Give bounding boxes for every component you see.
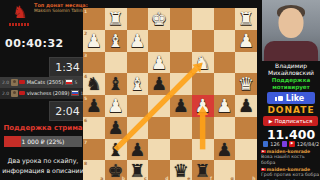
streamer-first-name: Владимир [262, 62, 320, 69]
square-c7[interactable]: ♟ [127, 139, 149, 161]
streamer-face [279, 8, 304, 38]
white-bishop-c4[interactable]: ♝ [127, 73, 149, 95]
white-pawn-g5[interactable]: ♟ [214, 95, 236, 117]
support-message-line1: Поддержка мотивирует [262, 77, 320, 91]
white-king-d1[interactable]: ♚ [148, 8, 170, 30]
square-f3[interactable]: ♞ [192, 52, 214, 74]
youtube-play-icon: ▶ [269, 119, 273, 124]
player-count: 5 [74, 80, 77, 85]
square-b3[interactable] [105, 52, 127, 74]
white-pawn-b5[interactable]: ♟ [105, 95, 127, 117]
white-bishop-b2[interactable]: ♝ [105, 30, 127, 52]
square-h1[interactable]: ♜ [235, 8, 257, 30]
square-b4[interactable]: ♝ [105, 73, 127, 95]
youtube-icon: ▶ [289, 141, 295, 147]
chat-panel[interactable]: ▶maiden-komrade Вова нашёл кость бобра▶m… [261, 149, 320, 180]
black-pawn-d4[interactable]: ♟ [148, 73, 170, 95]
square-c5[interactable] [127, 95, 149, 117]
square-g7[interactable]: ♟ [214, 139, 236, 161]
square-d7[interactable] [148, 139, 170, 161]
chat-username[interactable]: Dmitry Makarov [267, 179, 310, 180]
square-f5[interactable]: ♟ [192, 95, 214, 117]
chat-username[interactable]: maiden-komrade [267, 167, 311, 172]
stream-timer: 00:40:32 [5, 37, 64, 50]
support-title: Поддержка стрима [0, 124, 86, 132]
player-name: vivachess (2089) [27, 90, 70, 96]
viewer-count: 126 [270, 141, 280, 147]
white-rook-b1[interactable]: ♜ [105, 8, 127, 30]
player-row-top[interactable]: 2.0 MaCats (2505) 5 [0, 77, 84, 88]
black-pawn-e5[interactable]: ♟ [170, 95, 192, 117]
player-badge-icon [19, 80, 25, 84]
square-e2[interactable] [170, 30, 192, 52]
square-f6[interactable] [192, 117, 214, 139]
file-label: h [252, 176, 255, 180]
square-a4[interactable]: 4♞ [83, 73, 105, 95]
chat-username[interactable]: maiden-komrade [267, 149, 311, 154]
file-label: d [165, 176, 168, 180]
rank-label: 3 [84, 53, 87, 58]
chat-source-icon: ▶ [261, 168, 266, 172]
youtube-stats: 126/84/2 [297, 141, 319, 147]
player-row-bottom[interactable]: 2.0 vivachess (2089) 1 [0, 88, 84, 99]
rank-label: 8 [84, 161, 87, 166]
square-d1[interactable]: ♚ [148, 8, 170, 30]
square-g8[interactable]: g [214, 160, 236, 180]
square-a6[interactable]: 6 [83, 117, 105, 139]
chat-text: Вова нашёл кость бобра [261, 154, 305, 164]
rank-label: 2 [84, 31, 87, 36]
square-d2[interactable] [148, 30, 170, 52]
rank-label: 7 [84, 140, 87, 145]
chat-source-icon: ▶ [261, 150, 266, 154]
file-label: c [144, 176, 147, 180]
chat-message: ▶maiden-komrade Вова нашёл кость бобра [261, 149, 320, 165]
logo-knight-icon: ♞ [7, 3, 32, 22]
square-c2[interactable]: ♟ [127, 30, 149, 52]
chat-text: Гроб против кота бобра [261, 172, 319, 177]
white-pawn-c2[interactable]: ♟ [127, 30, 149, 52]
square-f7[interactable] [192, 139, 214, 161]
square-c1[interactable] [127, 8, 149, 30]
square-c3[interactable] [127, 52, 149, 74]
file-label: e [187, 176, 190, 180]
square-a3[interactable]: 3 [83, 52, 105, 74]
square-g5[interactable]: ♟ [214, 95, 236, 117]
square-d4[interactable]: ♟ [148, 73, 170, 95]
square-h2[interactable]: ♟ [235, 30, 257, 52]
channel-logo: ♞ [7, 3, 32, 33]
square-e3[interactable] [170, 52, 192, 74]
player-flag-icon [71, 90, 79, 96]
black-pawn-c7[interactable]: ♟ [127, 139, 149, 161]
chess-board[interactable]: 1♜♚♜2♟♝♟♟3♟♞4♞♝♝♟♛5♟♟♟♟♟♟6♟7♝♟♟8ab♚c♜de♛… [83, 8, 257, 180]
rank-label: 6 [84, 118, 87, 123]
chess-clock-bottom: 2:04 [49, 101, 86, 121]
square-d3[interactable]: ♟ [148, 52, 170, 74]
donation-progress-label: 1 000 ₽ (22%) [4, 136, 82, 147]
square-d5[interactable] [148, 95, 170, 117]
white-rook-h1[interactable]: ♜ [235, 8, 257, 30]
black-pawn-h5[interactable]: ♟ [235, 95, 257, 117]
square-h7[interactable] [235, 139, 257, 161]
subscriber-count: 11.400 [262, 127, 320, 142]
twitch-icon [282, 141, 288, 147]
square-b1[interactable]: ♜ [105, 8, 127, 30]
square-h6[interactable] [235, 117, 257, 139]
square-h8[interactable]: h [235, 160, 257, 180]
square-g4[interactable] [214, 73, 236, 95]
square-a1[interactable]: 1 [83, 8, 105, 30]
donate-button[interactable]: DONATE [262, 105, 320, 115]
lessons-info: Два урока по скайпу, информация в описан… [0, 156, 86, 176]
file-label: f [210, 176, 212, 180]
square-e7[interactable] [170, 139, 192, 161]
square-b5[interactable]: ♟ [105, 95, 127, 117]
square-e5[interactable]: ♟ [170, 95, 192, 117]
square-e6[interactable] [170, 117, 192, 139]
square-a5[interactable]: 5♟ [83, 95, 105, 117]
white-pawn-h2[interactable]: ♟ [235, 30, 257, 52]
square-e4[interactable] [170, 73, 192, 95]
lessons-info-line1: Два урока по скайпу, [0, 156, 86, 166]
white-pawn-f5[interactable]: ♟ [192, 95, 214, 117]
square-g2[interactable] [214, 30, 236, 52]
square-b7[interactable]: ♝ [105, 139, 127, 161]
square-h4[interactable]: ♛ [235, 73, 257, 95]
square-g3[interactable] [214, 52, 236, 74]
black-pawn-g7[interactable]: ♟ [214, 139, 236, 161]
file-label: a [100, 176, 103, 180]
streamer-name: Владимир Михайловский [262, 62, 320, 76]
chat-message: ▶Dmitry Makarov не «исключать древних». … [261, 179, 320, 180]
square-c8[interactable]: c♜ [127, 160, 149, 180]
white-queen-h4[interactable]: ♛ [235, 73, 257, 95]
black-bishop-b7[interactable]: ♝ [105, 139, 127, 161]
subscribe-button[interactable]: ▶ Подписаться [263, 116, 318, 126]
donation-progress-bar: 1 000 ₽ (22%) [4, 136, 82, 147]
white-knight-f3[interactable]: ♞ [192, 52, 214, 74]
player-avatar [11, 79, 18, 86]
square-f8[interactable]: f♜ [192, 160, 214, 180]
subscribe-label: Подписаться [275, 118, 313, 124]
square-g6[interactable] [214, 117, 236, 139]
square-g1[interactable] [214, 8, 236, 30]
streamer-last-name: Михайловский [262, 69, 320, 76]
square-f4[interactable] [192, 73, 214, 95]
black-pawn-b6[interactable]: ♟ [105, 117, 127, 139]
lessons-info-line2: информация в описании [0, 166, 86, 176]
square-c4[interactable]: ♝ [127, 73, 149, 95]
logo-text-decor [9, 23, 30, 26]
player-flag-icon [65, 79, 73, 85]
file-label: b [122, 176, 125, 180]
square-d6[interactable] [148, 117, 170, 139]
square-c6[interactable] [127, 117, 149, 139]
square-a7[interactable]: 7 [83, 139, 105, 161]
player-badge-icon [19, 91, 25, 95]
player-score: 2.0 [2, 91, 9, 96]
thumbs-up-icon [278, 96, 283, 101]
square-f1[interactable] [192, 8, 214, 30]
stream-stats-row: 126 ▶ 126/84/2 [262, 141, 320, 147]
square-h5[interactable]: ♟ [235, 95, 257, 117]
player-name: MaCats (2505) [27, 79, 64, 85]
square-f2[interactable] [192, 30, 214, 52]
chess-clock-top: 1:34 [49, 57, 86, 77]
square-h3[interactable] [235, 52, 257, 74]
rank-label: 1 [84, 9, 87, 14]
square-d8[interactable]: d [148, 160, 170, 180]
square-b8[interactable]: b♚ [105, 160, 127, 180]
square-a8[interactable]: 8a [83, 160, 105, 180]
like-button[interactable]: Like [267, 92, 315, 104]
square-e8[interactable]: e♛ [170, 160, 192, 180]
file-label: g [231, 176, 234, 180]
square-b2[interactable]: ♝ [105, 30, 127, 52]
square-a2[interactable]: 2♟ [83, 30, 105, 52]
white-pawn-d3[interactable]: ♟ [148, 52, 170, 74]
player-avatar [11, 90, 18, 97]
square-b6[interactable]: ♟ [105, 117, 127, 139]
chat-message: ▶maiden-komrade Гроб против кота бобра [261, 167, 320, 178]
square-e1[interactable] [170, 8, 192, 30]
webcam-feed [262, 0, 320, 61]
rank-label: 4 [84, 74, 87, 79]
vk-icon [263, 141, 269, 147]
streamer-torso [264, 41, 318, 61]
rank-label: 5 [84, 96, 87, 101]
player-score: 2.0 [2, 80, 9, 85]
like-label: Like [286, 94, 304, 103]
black-bishop-b4[interactable]: ♝ [105, 73, 127, 95]
